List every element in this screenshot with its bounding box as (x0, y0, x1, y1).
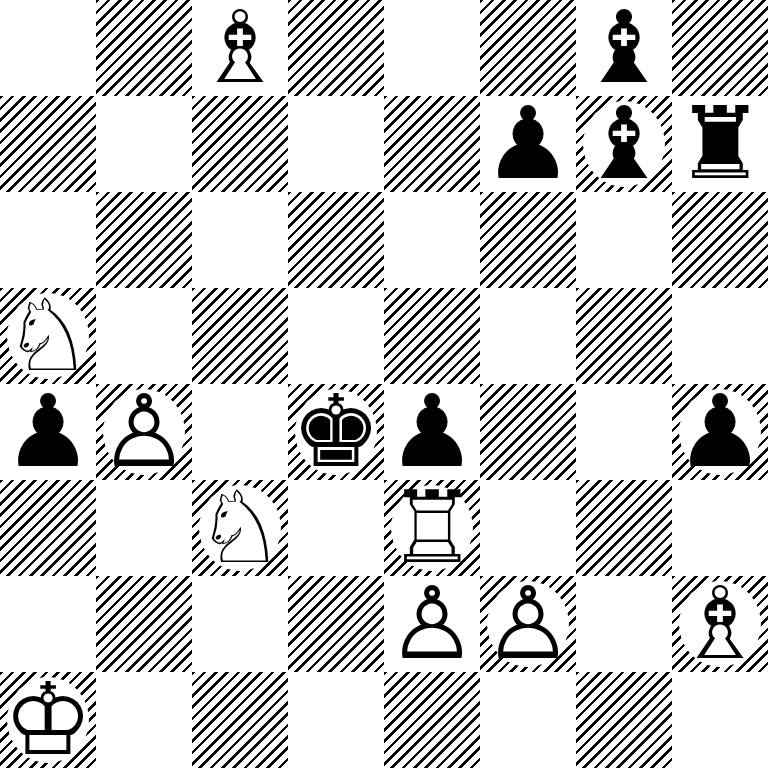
square-c4[interactable] (192, 384, 288, 480)
square-b2[interactable] (96, 576, 192, 672)
square-b3[interactable] (96, 480, 192, 576)
square-b1[interactable] (96, 672, 192, 768)
piece-black-pawn-h4[interactable]: ♟ (672, 384, 768, 480)
square-h3[interactable] (672, 480, 768, 576)
square-d1[interactable] (288, 672, 384, 768)
square-a6[interactable] (0, 192, 96, 288)
piece-white-rook-e3[interactable]: ♖ (384, 480, 480, 576)
piece-black-king-d4[interactable]: ♚ (288, 384, 384, 480)
square-g2[interactable] (576, 576, 672, 672)
piece-white-pawn-e2[interactable]: ♙ (384, 576, 480, 672)
piece-black-bishop-g7[interactable]: ♝ (576, 96, 672, 192)
square-g7[interactable]: ♝ (576, 96, 672, 192)
square-h8[interactable] (672, 0, 768, 96)
square-d3[interactable] (288, 480, 384, 576)
square-h6[interactable] (672, 192, 768, 288)
square-a3[interactable] (0, 480, 96, 576)
piece-white-knight-c3[interactable]: ♘ (192, 480, 288, 576)
piece-white-king-a1[interactable]: ♔ (0, 672, 96, 768)
square-c8[interactable]: ♗ (192, 0, 288, 96)
square-c3[interactable]: ♘ (192, 480, 288, 576)
square-a2[interactable] (0, 576, 96, 672)
square-c5[interactable] (192, 288, 288, 384)
square-h1[interactable] (672, 672, 768, 768)
piece-black-rook-h7[interactable]: ♜ (672, 96, 768, 192)
square-f5[interactable] (480, 288, 576, 384)
square-c1[interactable] (192, 672, 288, 768)
square-d6[interactable] (288, 192, 384, 288)
piece-white-bishop-h2[interactable]: ♗ (672, 576, 768, 672)
piece-white-pawn-f2[interactable]: ♙ (480, 576, 576, 672)
square-g1[interactable] (576, 672, 672, 768)
square-e7[interactable] (384, 96, 480, 192)
square-a7[interactable] (0, 96, 96, 192)
piece-white-knight-a5[interactable]: ♘ (0, 288, 96, 384)
square-e1[interactable] (384, 672, 480, 768)
square-g4[interactable] (576, 384, 672, 480)
piece-black-pawn-f7[interactable]: ♟ (480, 96, 576, 192)
piece-black-pawn-e4[interactable]: ♟ (384, 384, 480, 480)
square-a4[interactable]: ♟ (0, 384, 96, 480)
square-b6[interactable] (96, 192, 192, 288)
square-d8[interactable] (288, 0, 384, 96)
square-f1[interactable] (480, 672, 576, 768)
square-a1[interactable]: ♔ (0, 672, 96, 768)
square-f3[interactable] (480, 480, 576, 576)
square-f4[interactable] (480, 384, 576, 480)
square-a8[interactable] (0, 0, 96, 96)
square-c2[interactable] (192, 576, 288, 672)
square-g3[interactable] (576, 480, 672, 576)
square-e6[interactable] (384, 192, 480, 288)
square-b7[interactable] (96, 96, 192, 192)
square-f2[interactable]: ♙ (480, 576, 576, 672)
square-h7[interactable]: ♜ (672, 96, 768, 192)
chess-board: ♗♝♟♝♜♘♟♙♚♟♟♘♖♙♙♗♔ (0, 0, 768, 768)
square-e4[interactable]: ♟ (384, 384, 480, 480)
piece-black-pawn-a4[interactable]: ♟ (0, 384, 96, 480)
piece-white-pawn-b4[interactable]: ♙ (96, 384, 192, 480)
square-b5[interactable] (96, 288, 192, 384)
square-a5[interactable]: ♘ (0, 288, 96, 384)
square-h4[interactable]: ♟ (672, 384, 768, 480)
square-e8[interactable] (384, 0, 480, 96)
square-d5[interactable] (288, 288, 384, 384)
square-h5[interactable] (672, 288, 768, 384)
square-e5[interactable] (384, 288, 480, 384)
square-b8[interactable] (96, 0, 192, 96)
square-c7[interactable] (192, 96, 288, 192)
square-f7[interactable]: ♟ (480, 96, 576, 192)
square-f8[interactable] (480, 0, 576, 96)
piece-black-bishop-g8[interactable]: ♝ (576, 0, 672, 96)
square-h2[interactable]: ♗ (672, 576, 768, 672)
square-d2[interactable] (288, 576, 384, 672)
square-b4[interactable]: ♙ (96, 384, 192, 480)
square-c6[interactable] (192, 192, 288, 288)
square-g5[interactable] (576, 288, 672, 384)
piece-white-bishop-c8[interactable]: ♗ (192, 0, 288, 96)
square-e2[interactable]: ♙ (384, 576, 480, 672)
square-e3[interactable]: ♖ (384, 480, 480, 576)
square-g8[interactable]: ♝ (576, 0, 672, 96)
chess-diagram: ♗♝♟♝♜♘♟♙♚♟♟♘♖♙♙♗♔ (0, 0, 768, 768)
square-f6[interactable] (480, 192, 576, 288)
square-g6[interactable] (576, 192, 672, 288)
square-d4[interactable]: ♚ (288, 384, 384, 480)
square-d7[interactable] (288, 96, 384, 192)
